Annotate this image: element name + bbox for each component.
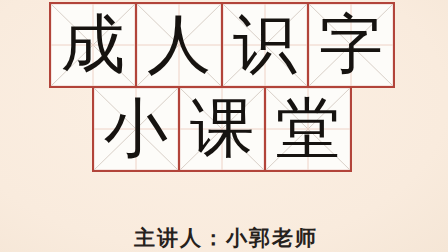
title-character: 识: [223, 4, 307, 86]
title-character: 堂: [266, 88, 350, 170]
title-character: 小: [94, 88, 178, 170]
mizige-cell: 课: [178, 86, 266, 172]
title-row-1: 成 人 识: [49, 2, 395, 88]
title-character: 字: [309, 4, 393, 86]
title-character: 成: [51, 4, 135, 86]
mizige-cell: 成: [49, 2, 137, 88]
mizige-cell: 堂: [264, 86, 352, 172]
mizige-cell: 识: [221, 2, 309, 88]
mizige-cell: 字: [307, 2, 395, 88]
mizige-cell: 人: [135, 2, 223, 88]
title-character: 人: [137, 4, 221, 86]
title-card: 成 人 识: [0, 0, 448, 252]
title-block: 成 人 识: [0, 2, 446, 172]
mizige-cell: 小: [92, 86, 180, 172]
title-row-2: 小 课 堂: [92, 86, 352, 172]
presenter-line: 主讲人：小郭老师: [2, 224, 448, 252]
title-character: 课: [180, 88, 264, 170]
